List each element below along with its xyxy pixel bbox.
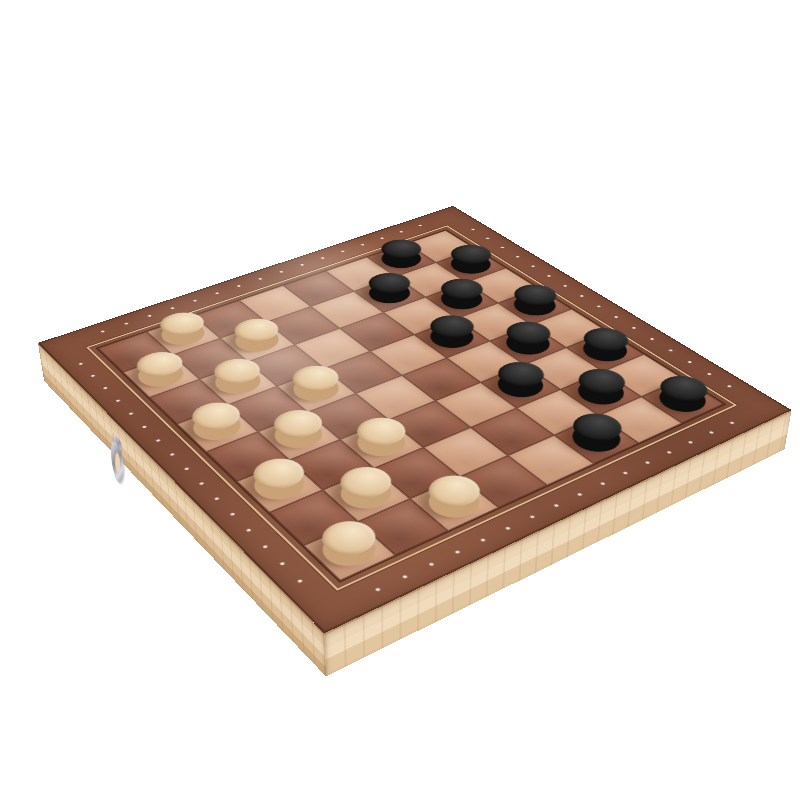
light-wood-checker-h1[interactable] [313, 527, 386, 574]
square-f6[interactable] [481, 365, 561, 408]
board-top-face [38, 206, 792, 634]
board-frame [86, 225, 737, 590]
black-checker-h8[interactable] [650, 383, 716, 419]
light-wood-checker-d3[interactable] [285, 373, 348, 408]
black-checker-h6[interactable] [563, 420, 631, 459]
board-3d-scene [44, 240, 785, 676]
metal-clasp [111, 434, 124, 491]
product-photo-stage [0, 0, 800, 800]
black-checker-e7[interactable] [497, 329, 558, 361]
light-wood-checker-b1[interactable] [131, 359, 192, 393]
